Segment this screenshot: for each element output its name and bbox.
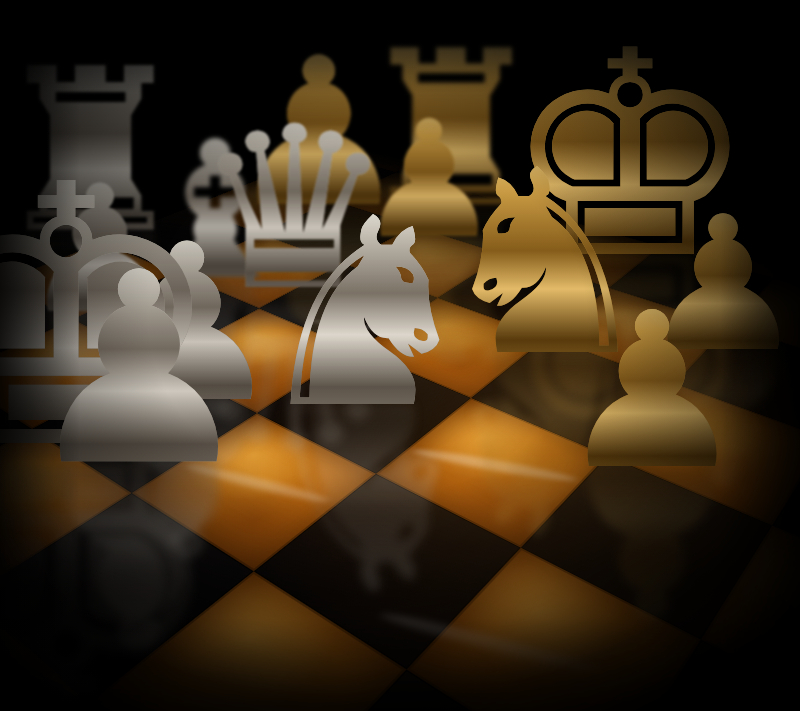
chess-board (0, 130, 800, 711)
chess-photo-scene: ♜♜♟♟♝♝♛♛♚♚♟♟♟♟♞♞♜♜♟♟♟♟♚♚♞♞♟♟♟♟ (0, 0, 800, 711)
board-perspective-wrapper (0, 0, 800, 711)
